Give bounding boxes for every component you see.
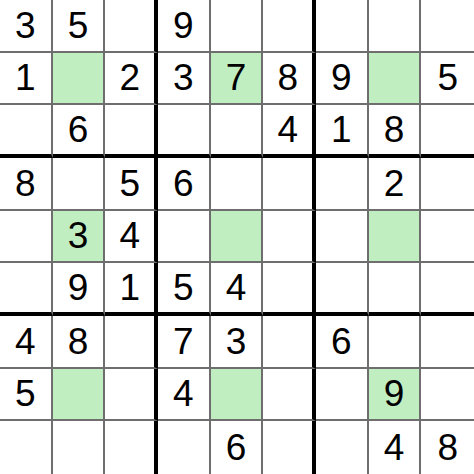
sudoku-cell-r8c7[interactable] bbox=[316, 369, 369, 422]
sudoku-cell-r8c6[interactable] bbox=[263, 369, 316, 422]
sudoku-cell-r4c1[interactable]: 8 bbox=[0, 158, 53, 211]
sudoku-cell-r9c1[interactable] bbox=[0, 421, 53, 474]
sudoku-cell-r7c8[interactable] bbox=[369, 316, 422, 369]
sudoku-cell-r9c8[interactable]: 4 bbox=[369, 421, 422, 474]
sudoku-cell-r2c6[interactable]: 8 bbox=[263, 53, 316, 106]
sudoku-cell-r3c3[interactable] bbox=[105, 105, 158, 158]
sudoku-cell-r1c4[interactable]: 9 bbox=[158, 0, 211, 53]
sudoku-cell-r3c2[interactable]: 6 bbox=[53, 105, 106, 158]
sudoku-cell-r9c3[interactable] bbox=[105, 421, 158, 474]
sudoku-cell-r4c9[interactable] bbox=[421, 158, 474, 211]
sudoku-cell-r4c8[interactable]: 2 bbox=[369, 158, 422, 211]
sudoku-cell-r2c9[interactable]: 5 bbox=[421, 53, 474, 106]
sudoku-cell-r1c1[interactable]: 3 bbox=[0, 0, 53, 53]
sudoku-cell-r4c7[interactable] bbox=[316, 158, 369, 211]
sudoku-cell-r2c5[interactable]: 7 bbox=[211, 53, 264, 106]
sudoku-cell-r8c4[interactable]: 4 bbox=[158, 369, 211, 422]
sudoku-cell-r7c6[interactable] bbox=[263, 316, 316, 369]
sudoku-cell-r3c7[interactable]: 1 bbox=[316, 105, 369, 158]
sudoku-cell-r8c2[interactable] bbox=[53, 369, 106, 422]
sudoku-cell-r5c4[interactable] bbox=[158, 211, 211, 264]
sudoku-cell-r1c6[interactable] bbox=[263, 0, 316, 53]
sudoku-cell-r1c9[interactable] bbox=[421, 0, 474, 53]
sudoku-cell-r5c9[interactable] bbox=[421, 211, 474, 264]
sudoku-cell-r2c7[interactable]: 9 bbox=[316, 53, 369, 106]
sudoku-cell-r2c8[interactable] bbox=[369, 53, 422, 106]
sudoku-cell-r1c7[interactable] bbox=[316, 0, 369, 53]
sudoku-cell-r2c4[interactable]: 3 bbox=[158, 53, 211, 106]
sudoku-cell-r5c5[interactable] bbox=[211, 211, 264, 264]
sudoku-cell-r8c9[interactable] bbox=[421, 369, 474, 422]
sudoku-cell-r8c5[interactable] bbox=[211, 369, 264, 422]
sudoku-cell-r7c3[interactable] bbox=[105, 316, 158, 369]
sudoku-cell-r3c9[interactable] bbox=[421, 105, 474, 158]
sudoku-cell-r8c3[interactable] bbox=[105, 369, 158, 422]
sudoku-cell-r3c1[interactable] bbox=[0, 105, 53, 158]
sudoku-cell-r4c5[interactable] bbox=[211, 158, 264, 211]
sudoku-cell-r6c4[interactable]: 5 bbox=[158, 263, 211, 316]
sudoku-cell-r3c6[interactable]: 4 bbox=[263, 105, 316, 158]
sudoku-board: 35912378956418856234915448736549648 bbox=[0, 0, 474, 474]
sudoku-cell-r8c8[interactable]: 9 bbox=[369, 369, 422, 422]
sudoku-cell-r5c7[interactable] bbox=[316, 211, 369, 264]
sudoku-cell-r7c1[interactable]: 4 bbox=[0, 316, 53, 369]
sudoku-cell-r5c1[interactable] bbox=[0, 211, 53, 264]
sudoku-cell-r6c2[interactable]: 9 bbox=[53, 263, 106, 316]
sudoku-cell-r6c3[interactable]: 1 bbox=[105, 263, 158, 316]
sudoku-cell-r9c9[interactable]: 8 bbox=[421, 421, 474, 474]
sudoku-cell-r2c1[interactable]: 1 bbox=[0, 53, 53, 106]
sudoku-cell-r3c4[interactable] bbox=[158, 105, 211, 158]
sudoku-cell-r6c7[interactable] bbox=[316, 263, 369, 316]
sudoku-cell-r7c2[interactable]: 8 bbox=[53, 316, 106, 369]
sudoku-cell-r3c5[interactable] bbox=[211, 105, 264, 158]
sudoku-cell-r1c3[interactable] bbox=[105, 0, 158, 53]
sudoku-cell-r9c6[interactable] bbox=[263, 421, 316, 474]
sudoku-cell-r9c7[interactable] bbox=[316, 421, 369, 474]
sudoku-cell-r1c8[interactable] bbox=[369, 0, 422, 53]
sudoku-cell-r6c9[interactable] bbox=[421, 263, 474, 316]
sudoku-cell-r1c5[interactable] bbox=[211, 0, 264, 53]
sudoku-cell-r6c8[interactable] bbox=[369, 263, 422, 316]
sudoku-cell-r9c5[interactable]: 6 bbox=[211, 421, 264, 474]
sudoku-cell-r5c3[interactable]: 4 bbox=[105, 211, 158, 264]
sudoku-cell-r5c2[interactable]: 3 bbox=[53, 211, 106, 264]
sudoku-cell-r6c6[interactable] bbox=[263, 263, 316, 316]
sudoku-cell-r4c6[interactable] bbox=[263, 158, 316, 211]
sudoku-cell-r2c2[interactable] bbox=[53, 53, 106, 106]
sudoku-cell-r4c4[interactable]: 6 bbox=[158, 158, 211, 211]
sudoku-cell-r3c8[interactable]: 8 bbox=[369, 105, 422, 158]
sudoku-cell-r5c8[interactable] bbox=[369, 211, 422, 264]
sudoku-cell-r1c2[interactable]: 5 bbox=[53, 0, 106, 53]
sudoku-cell-r9c2[interactable] bbox=[53, 421, 106, 474]
sudoku-cell-r7c4[interactable]: 7 bbox=[158, 316, 211, 369]
sudoku-cell-r7c5[interactable]: 3 bbox=[211, 316, 264, 369]
sudoku-cell-r6c1[interactable] bbox=[0, 263, 53, 316]
sudoku-cell-r8c1[interactable]: 5 bbox=[0, 369, 53, 422]
sudoku-cell-r2c3[interactable]: 2 bbox=[105, 53, 158, 106]
sudoku-cell-r6c5[interactable]: 4 bbox=[211, 263, 264, 316]
sudoku-cell-r9c4[interactable] bbox=[158, 421, 211, 474]
sudoku-cell-r7c7[interactable]: 6 bbox=[316, 316, 369, 369]
sudoku-cell-r4c3[interactable]: 5 bbox=[105, 158, 158, 211]
sudoku-cell-r5c6[interactable] bbox=[263, 211, 316, 264]
sudoku-cell-r4c2[interactable] bbox=[53, 158, 106, 211]
sudoku-cell-r7c9[interactable] bbox=[421, 316, 474, 369]
